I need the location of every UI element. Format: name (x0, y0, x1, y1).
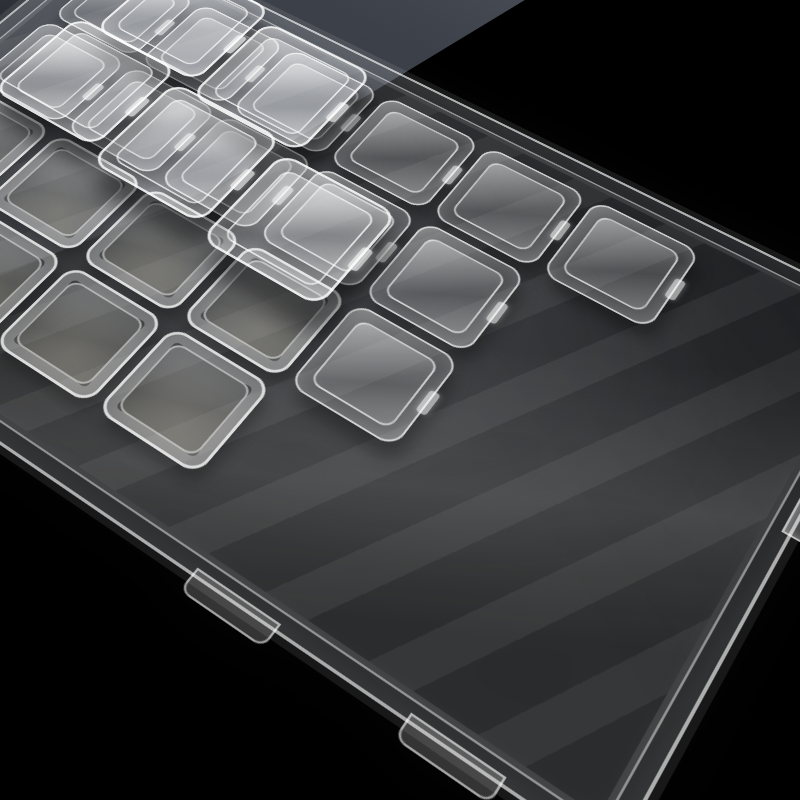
storage-case (0, 0, 800, 800)
case-floor (0, 0, 800, 800)
scene: Overhead-angle product photo on a black … (0, 0, 800, 800)
